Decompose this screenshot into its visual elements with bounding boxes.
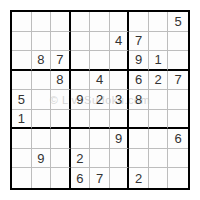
cell-r6c3[interactable] bbox=[51, 110, 71, 130]
cell-r4c2[interactable] bbox=[32, 71, 52, 91]
cell-r2c6[interactable]: 4 bbox=[110, 32, 130, 52]
given-digit: 7 bbox=[175, 73, 182, 86]
given-digit: 8 bbox=[56, 73, 63, 86]
cell-r7c7[interactable] bbox=[129, 129, 149, 149]
sudoku-board: 5478791846275923819692672 bbox=[10, 10, 190, 190]
cell-r3c2[interactable]: 8 bbox=[32, 51, 52, 71]
cell-r9c5[interactable]: 7 bbox=[90, 168, 110, 188]
given-digit: 9 bbox=[115, 132, 122, 145]
cell-r6c1[interactable]: 1 bbox=[12, 110, 32, 130]
given-digit: 8 bbox=[37, 53, 44, 66]
cell-r4c5[interactable]: 4 bbox=[90, 71, 110, 91]
cell-r2c7[interactable]: 7 bbox=[129, 32, 149, 52]
cell-r6c8[interactable] bbox=[149, 110, 169, 130]
given-digit: 9 bbox=[135, 53, 142, 66]
cell-r8c8[interactable] bbox=[149, 149, 169, 169]
given-digit: 2 bbox=[135, 172, 142, 185]
cell-r8c2[interactable]: 9 bbox=[32, 149, 52, 169]
given-digit: 7 bbox=[135, 34, 142, 47]
cell-r8c5[interactable] bbox=[90, 149, 110, 169]
cell-r8c9[interactable] bbox=[168, 149, 188, 169]
cell-r3c7[interactable]: 9 bbox=[129, 51, 149, 71]
cell-r5c9[interactable] bbox=[168, 90, 188, 110]
cell-r6c7[interactable] bbox=[129, 110, 149, 130]
cell-r9c4[interactable]: 6 bbox=[71, 168, 91, 188]
cell-r4c7[interactable]: 6 bbox=[129, 71, 149, 91]
cell-r3c4[interactable] bbox=[71, 51, 91, 71]
cell-r5c4[interactable]: 9 bbox=[71, 90, 91, 110]
cell-r7c2[interactable] bbox=[32, 129, 52, 149]
cell-r1c5[interactable] bbox=[90, 12, 110, 32]
cell-r5c3[interactable] bbox=[51, 90, 71, 110]
cell-r1c3[interactable] bbox=[51, 12, 71, 32]
given-digit: 4 bbox=[96, 73, 103, 86]
given-digit: 6 bbox=[175, 132, 182, 145]
cell-r4c1[interactable] bbox=[12, 71, 32, 91]
cell-r8c3[interactable] bbox=[51, 149, 71, 169]
cell-r5c5[interactable]: 2 bbox=[90, 90, 110, 110]
cell-r7c6[interactable]: 9 bbox=[110, 129, 130, 149]
cell-r2c8[interactable] bbox=[149, 32, 169, 52]
cell-r1c4[interactable] bbox=[71, 12, 91, 32]
cell-r3c5[interactable] bbox=[90, 51, 110, 71]
cell-r1c2[interactable] bbox=[32, 12, 52, 32]
given-digit: 5 bbox=[18, 93, 25, 106]
given-digit: 1 bbox=[18, 112, 25, 125]
given-digit: 1 bbox=[155, 53, 162, 66]
cell-r3c8[interactable]: 1 bbox=[149, 51, 169, 71]
given-digit: 6 bbox=[76, 172, 83, 185]
cell-r1c7[interactable] bbox=[129, 12, 149, 32]
given-digit: 6 bbox=[135, 73, 142, 86]
given-digit: 2 bbox=[76, 152, 83, 165]
cell-r8c1[interactable] bbox=[12, 149, 32, 169]
cell-r9c3[interactable] bbox=[51, 168, 71, 188]
cell-r6c6[interactable] bbox=[110, 110, 130, 130]
cell-r9c6[interactable] bbox=[110, 168, 130, 188]
cell-r2c2[interactable] bbox=[32, 32, 52, 52]
cell-r3c6[interactable] bbox=[110, 51, 130, 71]
cell-r6c5[interactable] bbox=[90, 110, 110, 130]
cell-r8c6[interactable] bbox=[110, 149, 130, 169]
cell-r9c9[interactable] bbox=[168, 168, 188, 188]
given-digit: 9 bbox=[37, 152, 44, 165]
given-digit: 2 bbox=[96, 93, 103, 106]
cell-r7c8[interactable] bbox=[149, 129, 169, 149]
cell-r1c8[interactable] bbox=[149, 12, 169, 32]
cell-r4c8[interactable]: 2 bbox=[149, 71, 169, 91]
cell-r2c5[interactable] bbox=[90, 32, 110, 52]
cell-r6c2[interactable] bbox=[32, 110, 52, 130]
given-digit: 5 bbox=[175, 15, 182, 28]
cell-r4c6[interactable] bbox=[110, 71, 130, 91]
cell-r9c2[interactable] bbox=[32, 168, 52, 188]
cell-r7c4[interactable] bbox=[71, 129, 91, 149]
cell-r5c2[interactable] bbox=[32, 90, 52, 110]
cell-r1c1[interactable] bbox=[12, 12, 32, 32]
cell-r1c6[interactable] bbox=[110, 12, 130, 32]
given-digit: 7 bbox=[96, 172, 103, 185]
given-digit: 8 bbox=[135, 93, 142, 106]
cell-r8c4[interactable]: 2 bbox=[71, 149, 91, 169]
cell-r3c3[interactable]: 7 bbox=[51, 51, 71, 71]
cell-r2c4[interactable] bbox=[71, 32, 91, 52]
cell-r7c5[interactable] bbox=[90, 129, 110, 149]
cell-r7c3[interactable] bbox=[51, 129, 71, 149]
cell-r2c1[interactable] bbox=[12, 32, 32, 52]
cell-r9c8[interactable] bbox=[149, 168, 169, 188]
cell-r5c1[interactable]: 5 bbox=[12, 90, 32, 110]
given-digit: 2 bbox=[155, 73, 162, 86]
cell-r7c9[interactable]: 6 bbox=[168, 129, 188, 149]
cell-r9c1[interactable] bbox=[12, 168, 32, 188]
cell-r9c7[interactable]: 2 bbox=[129, 168, 149, 188]
cell-r7c1[interactable] bbox=[12, 129, 32, 149]
given-digit: 3 bbox=[115, 93, 122, 106]
cell-r6c4[interactable] bbox=[71, 110, 91, 130]
cell-r4c4[interactable] bbox=[71, 71, 91, 91]
cell-r4c9[interactable]: 7 bbox=[168, 71, 188, 91]
cell-r3c9[interactable] bbox=[168, 51, 188, 71]
given-digit: 4 bbox=[115, 34, 122, 47]
cell-r2c3[interactable] bbox=[51, 32, 71, 52]
cell-r4c3[interactable]: 8 bbox=[51, 71, 71, 91]
cell-r5c8[interactable] bbox=[149, 90, 169, 110]
cell-r5c6[interactable]: 3 bbox=[110, 90, 130, 110]
given-digit: 7 bbox=[56, 53, 63, 66]
cell-r1c9[interactable]: 5 bbox=[168, 12, 188, 32]
cell-r2c9[interactable] bbox=[168, 32, 188, 52]
cell-r3c1[interactable] bbox=[12, 51, 32, 71]
cell-r5c7[interactable]: 8 bbox=[129, 90, 149, 110]
given-digit: 9 bbox=[76, 93, 83, 106]
cell-r8c7[interactable] bbox=[129, 149, 149, 169]
cell-r6c9[interactable] bbox=[168, 110, 188, 130]
